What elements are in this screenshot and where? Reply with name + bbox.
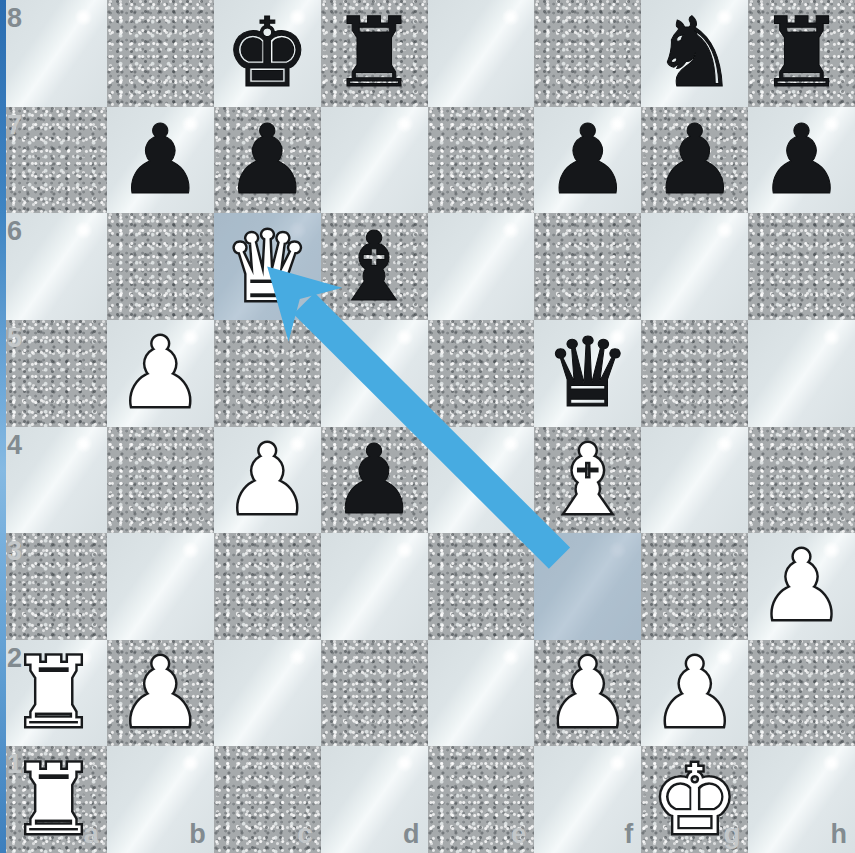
piece-black-rook-d8[interactable]: ♜	[321, 0, 428, 107]
piece-white-bishop-f4[interactable]: ♝	[534, 427, 641, 534]
square-e2[interactable]	[428, 640, 535, 747]
file-label-e: e	[511, 821, 526, 848]
rank-label-2: 2	[7, 645, 22, 672]
piece-black-knight-g8[interactable]: ♞	[641, 0, 748, 107]
square-h7[interactable]: ♟	[748, 107, 855, 214]
square-h3[interactable]: ♟	[748, 533, 855, 640]
square-b8[interactable]	[107, 0, 214, 107]
square-c6[interactable]: ♛	[214, 213, 321, 320]
square-a6[interactable]: 6	[0, 213, 107, 320]
piece-white-pawn-f2[interactable]: ♟	[534, 640, 641, 747]
square-b7[interactable]: ♟	[107, 107, 214, 214]
square-f1[interactable]: f	[534, 746, 641, 853]
file-label-f: f	[624, 821, 633, 848]
square-a1[interactable]: 1a♜	[0, 746, 107, 853]
square-g6[interactable]	[641, 213, 748, 320]
square-e8[interactable]	[428, 0, 535, 107]
window-edge	[0, 0, 6, 853]
square-g4[interactable]	[641, 427, 748, 534]
square-a4[interactable]: 4	[0, 427, 107, 534]
square-e4[interactable]	[428, 427, 535, 534]
square-d4[interactable]: ♟	[321, 427, 428, 534]
square-b5[interactable]: ♟	[107, 320, 214, 427]
square-d2[interactable]	[321, 640, 428, 747]
piece-black-pawn-c7[interactable]: ♟	[214, 107, 321, 214]
file-label-g: g	[724, 821, 741, 848]
square-a3[interactable]: 3	[0, 533, 107, 640]
square-b1[interactable]: b	[107, 746, 214, 853]
piece-white-pawn-b5[interactable]: ♟	[107, 320, 214, 427]
piece-white-queen-c6[interactable]: ♛	[214, 213, 321, 320]
piece-black-bishop-d6[interactable]: ♝	[321, 213, 428, 320]
square-f5[interactable]: ♛	[534, 320, 641, 427]
square-b2[interactable]: ♟	[107, 640, 214, 747]
chess-board: 8♚♜♞♜7♟♟♟♟♟6♛♝5♟♛4♟♟♝3♟2♜♟♟♟1a♜bcdefg♚h	[0, 0, 855, 853]
file-label-b: b	[189, 821, 206, 848]
square-d8[interactable]: ♜	[321, 0, 428, 107]
square-c7[interactable]: ♟	[214, 107, 321, 214]
rank-label-3: 3	[7, 538, 22, 565]
piece-black-rook-h8[interactable]: ♜	[748, 0, 855, 107]
square-g2[interactable]: ♟	[641, 640, 748, 747]
square-d1[interactable]: d	[321, 746, 428, 853]
file-label-c: c	[298, 821, 313, 848]
rank-label-5: 5	[7, 325, 22, 352]
piece-black-king-c8[interactable]: ♚	[214, 0, 321, 107]
piece-white-pawn-b2[interactable]: ♟	[107, 640, 214, 747]
square-h2[interactable]	[748, 640, 855, 747]
square-d5[interactable]	[321, 320, 428, 427]
square-h8[interactable]: ♜	[748, 0, 855, 107]
square-h5[interactable]	[748, 320, 855, 427]
square-a7[interactable]: 7	[0, 107, 107, 214]
piece-white-pawn-g2[interactable]: ♟	[641, 640, 748, 747]
file-label-h: h	[831, 821, 848, 848]
square-c5[interactable]	[214, 320, 321, 427]
piece-white-pawn-h3[interactable]: ♟	[748, 533, 855, 640]
rank-label-1: 1	[7, 751, 22, 778]
piece-black-pawn-b7[interactable]: ♟	[107, 107, 214, 214]
square-c1[interactable]: c	[214, 746, 321, 853]
square-f3[interactable]	[534, 533, 641, 640]
square-f2[interactable]: ♟	[534, 640, 641, 747]
square-d7[interactable]	[321, 107, 428, 214]
square-e5[interactable]	[428, 320, 535, 427]
piece-black-pawn-d4[interactable]: ♟	[321, 427, 428, 534]
square-f7[interactable]: ♟	[534, 107, 641, 214]
piece-black-pawn-g7[interactable]: ♟	[641, 107, 748, 214]
chess-app-window: 8♚♜♞♜7♟♟♟♟♟6♛♝5♟♛4♟♟♝3♟2♜♟♟♟1a♜bcdefg♚h	[0, 0, 855, 853]
square-h6[interactable]	[748, 213, 855, 320]
square-h1[interactable]: h	[748, 746, 855, 853]
square-f6[interactable]	[534, 213, 641, 320]
rank-label-7: 7	[7, 112, 22, 139]
rank-label-4: 4	[7, 432, 22, 459]
square-a2[interactable]: 2♜	[0, 640, 107, 747]
square-c8[interactable]: ♚	[214, 0, 321, 107]
piece-black-pawn-f7[interactable]: ♟	[534, 107, 641, 214]
piece-black-pawn-h7[interactable]: ♟	[748, 107, 855, 214]
square-b4[interactable]	[107, 427, 214, 534]
square-h4[interactable]	[748, 427, 855, 534]
square-g8[interactable]: ♞	[641, 0, 748, 107]
square-f8[interactable]	[534, 0, 641, 107]
square-b3[interactable]	[107, 533, 214, 640]
square-b6[interactable]	[107, 213, 214, 320]
square-d6[interactable]: ♝	[321, 213, 428, 320]
square-f4[interactable]: ♝	[534, 427, 641, 534]
file-label-d: d	[403, 821, 420, 848]
piece-black-queen-f5[interactable]: ♛	[534, 320, 641, 427]
square-e6[interactable]	[428, 213, 535, 320]
square-a5[interactable]: 5	[0, 320, 107, 427]
rank-label-6: 6	[7, 218, 22, 245]
square-e1[interactable]: e	[428, 746, 535, 853]
square-c3[interactable]	[214, 533, 321, 640]
square-c4[interactable]: ♟	[214, 427, 321, 534]
square-e3[interactable]	[428, 533, 535, 640]
piece-white-pawn-c4[interactable]: ♟	[214, 427, 321, 534]
square-e7[interactable]	[428, 107, 535, 214]
square-g5[interactable]	[641, 320, 748, 427]
square-g1[interactable]: g♚	[641, 746, 748, 853]
file-label-a: a	[84, 821, 99, 848]
square-g7[interactable]: ♟	[641, 107, 748, 214]
square-d3[interactable]	[321, 533, 428, 640]
square-g3[interactable]	[641, 533, 748, 640]
square-a8[interactable]: 8	[0, 0, 107, 107]
rank-label-8: 8	[7, 5, 22, 32]
square-c2[interactable]	[214, 640, 321, 747]
